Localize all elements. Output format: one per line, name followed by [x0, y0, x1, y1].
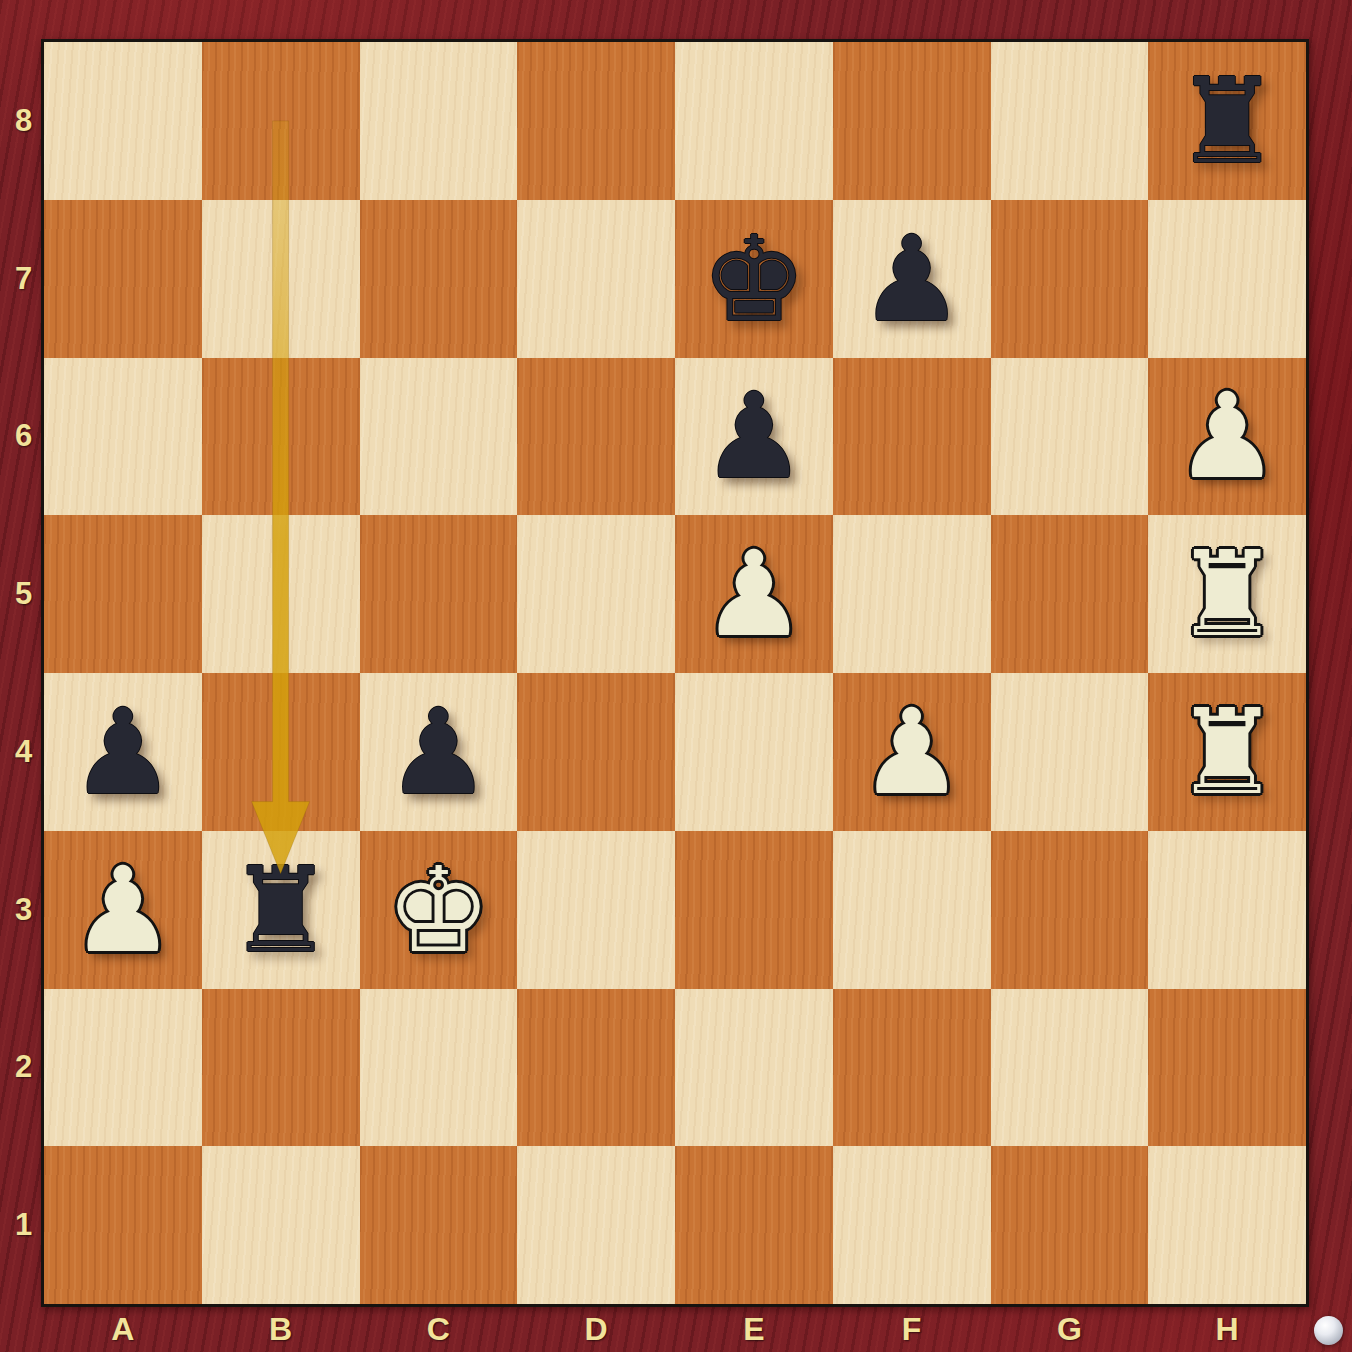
- square-b4[interactable]: [202, 673, 360, 831]
- square-d6[interactable]: [517, 358, 675, 516]
- file-label-D: D: [517, 1308, 675, 1350]
- square-a7[interactable]: [44, 200, 202, 358]
- square-b5[interactable]: [202, 515, 360, 673]
- square-g7[interactable]: [991, 200, 1149, 358]
- white-rook[interactable]: ♜: [1174, 535, 1280, 653]
- black-pawn[interactable]: ♟: [859, 220, 965, 338]
- black-pawn[interactable]: ♟: [70, 693, 176, 811]
- square-e8[interactable]: [675, 42, 833, 200]
- square-e5[interactable]: ♟: [675, 515, 833, 673]
- square-f8[interactable]: [833, 42, 991, 200]
- square-h8[interactable]: ♜: [1148, 42, 1306, 200]
- square-a5[interactable]: [44, 515, 202, 673]
- rank-labels: 87654321: [0, 42, 41, 1304]
- rank-label-3: 3: [0, 831, 41, 989]
- black-pawn[interactable]: ♟: [385, 693, 491, 811]
- black-pawn[interactable]: ♟: [701, 377, 807, 495]
- square-h7[interactable]: [1148, 200, 1306, 358]
- square-g2[interactable]: [991, 989, 1149, 1147]
- square-a8[interactable]: [44, 42, 202, 200]
- square-g3[interactable]: [991, 831, 1149, 989]
- square-h2[interactable]: [1148, 989, 1306, 1147]
- rank-label-2: 2: [0, 989, 41, 1147]
- square-c3[interactable]: ♚: [360, 831, 518, 989]
- square-f4[interactable]: ♟: [833, 673, 991, 831]
- file-label-F: F: [833, 1308, 991, 1350]
- rank-label-4: 4: [0, 673, 41, 831]
- rank-label-8: 8: [0, 42, 41, 200]
- square-a3[interactable]: ♟: [44, 831, 202, 989]
- black-rook[interactable]: ♜: [228, 851, 334, 969]
- square-h1[interactable]: [1148, 1146, 1306, 1304]
- square-b8[interactable]: [202, 42, 360, 200]
- file-label-A: A: [44, 1308, 202, 1350]
- white-rook[interactable]: ♜: [1174, 693, 1280, 811]
- square-c2[interactable]: [360, 989, 518, 1147]
- square-d7[interactable]: [517, 200, 675, 358]
- square-e2[interactable]: [675, 989, 833, 1147]
- file-label-B: B: [202, 1308, 360, 1350]
- square-f5[interactable]: [833, 515, 991, 673]
- black-rook[interactable]: ♜: [1174, 62, 1280, 180]
- square-d3[interactable]: [517, 831, 675, 989]
- square-c5[interactable]: [360, 515, 518, 673]
- square-g6[interactable]: [991, 358, 1149, 516]
- square-h3[interactable]: [1148, 831, 1306, 989]
- square-f1[interactable]: [833, 1146, 991, 1304]
- square-a1[interactable]: [44, 1146, 202, 1304]
- file-label-C: C: [360, 1308, 518, 1350]
- rank-label-1: 1: [0, 1146, 41, 1304]
- square-d1[interactable]: [517, 1146, 675, 1304]
- square-c4[interactable]: ♟: [360, 673, 518, 831]
- chess-board: ♜♚♟♟♟♟♜♟♟♟♜♟♜♚: [44, 42, 1306, 1304]
- square-c7[interactable]: [360, 200, 518, 358]
- file-label-H: H: [1148, 1308, 1306, 1350]
- file-label-E: E: [675, 1308, 833, 1350]
- white-to-move-indicator: [1314, 1316, 1343, 1345]
- white-pawn[interactable]: ♟: [1174, 377, 1280, 495]
- white-pawn[interactable]: ♟: [70, 851, 176, 969]
- square-a2[interactable]: [44, 989, 202, 1147]
- square-a6[interactable]: [44, 358, 202, 516]
- white-king[interactable]: ♚: [385, 851, 491, 969]
- square-g8[interactable]: [991, 42, 1149, 200]
- rank-label-6: 6: [0, 358, 41, 516]
- rank-label-5: 5: [0, 515, 41, 673]
- board-outline: ♜♚♟♟♟♟♜♟♟♟♜♟♜♚: [41, 39, 1309, 1307]
- square-e7[interactable]: ♚: [675, 200, 833, 358]
- black-king[interactable]: ♚: [701, 220, 807, 338]
- white-pawn[interactable]: ♟: [859, 693, 965, 811]
- square-c1[interactable]: [360, 1146, 518, 1304]
- square-d2[interactable]: [517, 989, 675, 1147]
- file-label-G: G: [991, 1308, 1149, 1350]
- file-labels: ABCDEFGH: [44, 1308, 1306, 1350]
- square-b2[interactable]: [202, 989, 360, 1147]
- square-e3[interactable]: [675, 831, 833, 989]
- square-d8[interactable]: [517, 42, 675, 200]
- square-g4[interactable]: [991, 673, 1149, 831]
- square-g1[interactable]: [991, 1146, 1149, 1304]
- square-f6[interactable]: [833, 358, 991, 516]
- square-e1[interactable]: [675, 1146, 833, 1304]
- square-b3[interactable]: ♜: [202, 831, 360, 989]
- square-h4[interactable]: ♜: [1148, 673, 1306, 831]
- white-pawn[interactable]: ♟: [701, 535, 807, 653]
- square-d4[interactable]: [517, 673, 675, 831]
- square-h6[interactable]: ♟: [1148, 358, 1306, 516]
- square-e6[interactable]: ♟: [675, 358, 833, 516]
- square-b7[interactable]: [202, 200, 360, 358]
- rank-label-7: 7: [0, 200, 41, 358]
- square-b1[interactable]: [202, 1146, 360, 1304]
- square-a4[interactable]: ♟: [44, 673, 202, 831]
- square-f7[interactable]: ♟: [833, 200, 991, 358]
- square-f3[interactable]: [833, 831, 991, 989]
- square-b6[interactable]: [202, 358, 360, 516]
- square-f2[interactable]: [833, 989, 991, 1147]
- square-h5[interactable]: ♜: [1148, 515, 1306, 673]
- square-d5[interactable]: [517, 515, 675, 673]
- square-e4[interactable]: [675, 673, 833, 831]
- square-c8[interactable]: [360, 42, 518, 200]
- square-c6[interactable]: [360, 358, 518, 516]
- square-g5[interactable]: [991, 515, 1149, 673]
